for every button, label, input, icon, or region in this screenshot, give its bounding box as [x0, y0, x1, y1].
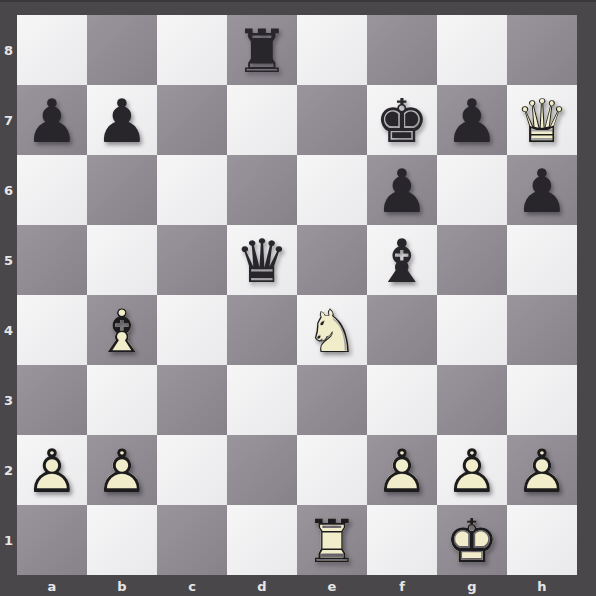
file-labels: abcdefgh	[17, 575, 577, 596]
square-e6[interactable]	[297, 155, 367, 225]
rank-label-3: 3	[0, 365, 17, 435]
board: ♜♟♟♚♟♛♕♟♟♛♝♝♗♞♘♟♙♟♙♟♙♟♙♟♙♜♖♚♔	[17, 15, 577, 575]
square-f6[interactable]: ♟	[367, 155, 437, 225]
black-pawn-icon: ♟	[17, 85, 87, 155]
white-bishop-outline-icon: ♗	[87, 295, 157, 365]
square-f3[interactable]	[367, 365, 437, 435]
black-king-icon: ♚	[367, 85, 437, 155]
square-a3[interactable]	[17, 365, 87, 435]
square-f8[interactable]	[367, 15, 437, 85]
file-label-b: b	[87, 575, 157, 596]
white-pawn-outline-icon: ♙	[17, 435, 87, 505]
square-f4[interactable]	[367, 295, 437, 365]
rank-label-4: 4	[0, 295, 17, 365]
black-bishop-f5[interactable]: ♝	[367, 225, 437, 295]
square-e4[interactable]: ♞♘	[297, 295, 367, 365]
black-pawn-b7[interactable]: ♟	[87, 85, 157, 155]
square-c7[interactable]	[157, 85, 227, 155]
square-h5[interactable]	[507, 225, 577, 295]
black-pawn-icon: ♟	[87, 85, 157, 155]
white-knight-e4[interactable]: ♞♘	[297, 295, 367, 365]
file-label-d: d	[227, 575, 297, 596]
file-label-f: f	[367, 575, 437, 596]
square-a6[interactable]	[17, 155, 87, 225]
square-d2[interactable]	[227, 435, 297, 505]
square-g8[interactable]	[437, 15, 507, 85]
black-king-f7[interactable]: ♚	[367, 85, 437, 155]
black-pawn-a7[interactable]: ♟	[17, 85, 87, 155]
square-h8[interactable]	[507, 15, 577, 85]
square-b8[interactable]	[87, 15, 157, 85]
square-c6[interactable]	[157, 155, 227, 225]
square-f2[interactable]: ♟♙	[367, 435, 437, 505]
square-d6[interactable]	[227, 155, 297, 225]
square-a4[interactable]	[17, 295, 87, 365]
square-b7[interactable]: ♟	[87, 85, 157, 155]
square-f1[interactable]	[367, 505, 437, 575]
black-pawn-g7[interactable]: ♟	[437, 85, 507, 155]
square-c1[interactable]	[157, 505, 227, 575]
square-c3[interactable]	[157, 365, 227, 435]
white-pawn-a2[interactable]: ♟♙	[17, 435, 87, 505]
rank-label-7: 7	[0, 85, 17, 155]
black-pawn-h6[interactable]: ♟	[507, 155, 577, 225]
rank-label-5: 5	[0, 225, 17, 295]
file-label-g: g	[437, 575, 507, 596]
white-pawn-g2[interactable]: ♟♙	[437, 435, 507, 505]
square-b5[interactable]	[87, 225, 157, 295]
square-c2[interactable]	[157, 435, 227, 505]
square-h3[interactable]	[507, 365, 577, 435]
square-e2[interactable]	[297, 435, 367, 505]
white-king-g1[interactable]: ♚♔	[437, 505, 507, 575]
white-rook-e1[interactable]: ♜♖	[297, 505, 367, 575]
rank-labels: 87654321	[0, 15, 17, 575]
black-pawn-icon: ♟	[367, 155, 437, 225]
file-label-h: h	[507, 575, 577, 596]
square-d4[interactable]	[227, 295, 297, 365]
square-c5[interactable]	[157, 225, 227, 295]
rank-label-2: 2	[0, 435, 17, 505]
square-a1[interactable]	[17, 505, 87, 575]
square-g4[interactable]	[437, 295, 507, 365]
square-f5[interactable]: ♝	[367, 225, 437, 295]
white-pawn-outline-icon: ♙	[507, 435, 577, 505]
white-pawn-outline-icon: ♙	[87, 435, 157, 505]
square-c8[interactable]	[157, 15, 227, 85]
chessboard-frame: 87654321 ♜♟♟♚♟♛♕♟♟♛♝♝♗♞♘♟♙♟♙♟♙♟♙♟♙♜♖♚♔ a…	[0, 0, 596, 596]
square-h4[interactable]	[507, 295, 577, 365]
file-label-a: a	[17, 575, 87, 596]
white-bishop-b4[interactable]: ♝♗	[87, 295, 157, 365]
square-b2[interactable]: ♟♙	[87, 435, 157, 505]
square-h6[interactable]: ♟	[507, 155, 577, 225]
square-h7[interactable]: ♛♕	[507, 85, 577, 155]
square-d5[interactable]: ♛	[227, 225, 297, 295]
square-e1[interactable]: ♜♖	[297, 505, 367, 575]
black-queen-d5[interactable]: ♛	[227, 225, 297, 295]
square-h1[interactable]	[507, 505, 577, 575]
square-a5[interactable]	[17, 225, 87, 295]
black-rook-d8[interactable]: ♜	[227, 15, 297, 85]
rank-label-1: 1	[0, 505, 17, 575]
square-d1[interactable]	[227, 505, 297, 575]
white-queen-h7[interactable]: ♛♕	[507, 85, 577, 155]
square-a7[interactable]: ♟	[17, 85, 87, 155]
square-e3[interactable]	[297, 365, 367, 435]
square-d7[interactable]	[227, 85, 297, 155]
black-queen-icon: ♛	[227, 225, 297, 295]
square-h2[interactable]: ♟♙	[507, 435, 577, 505]
square-g7[interactable]: ♟	[437, 85, 507, 155]
square-b6[interactable]	[87, 155, 157, 225]
square-d3[interactable]	[227, 365, 297, 435]
rank-label-8: 8	[0, 15, 17, 85]
black-pawn-icon: ♟	[507, 155, 577, 225]
square-e8[interactable]	[297, 15, 367, 85]
square-e7[interactable]	[297, 85, 367, 155]
black-pawn-f6[interactable]: ♟	[367, 155, 437, 225]
square-e5[interactable]	[297, 225, 367, 295]
white-pawn-outline-icon: ♙	[367, 435, 437, 505]
white-knight-outline-icon: ♘	[297, 295, 367, 365]
square-g1[interactable]: ♚♔	[437, 505, 507, 575]
square-g5[interactable]	[437, 225, 507, 295]
black-rook-icon: ♜	[227, 15, 297, 85]
square-g6[interactable]	[437, 155, 507, 225]
file-label-e: e	[297, 575, 367, 596]
white-queen-outline-icon: ♕	[507, 85, 577, 155]
square-g3[interactable]	[437, 365, 507, 435]
white-rook-outline-icon: ♖	[297, 505, 367, 575]
square-g2[interactable]: ♟♙	[437, 435, 507, 505]
square-f7[interactable]: ♚	[367, 85, 437, 155]
white-pawn-outline-icon: ♙	[437, 435, 507, 505]
white-pawn-h2[interactable]: ♟♙	[507, 435, 577, 505]
white-king-outline-icon: ♔	[437, 505, 507, 575]
white-pawn-f2[interactable]: ♟♙	[367, 435, 437, 505]
square-a8[interactable]	[17, 15, 87, 85]
square-b1[interactable]	[87, 505, 157, 575]
rank-label-6: 6	[0, 155, 17, 225]
square-c4[interactable]	[157, 295, 227, 365]
square-b3[interactable]	[87, 365, 157, 435]
file-label-c: c	[157, 575, 227, 596]
black-pawn-icon: ♟	[437, 85, 507, 155]
square-b4[interactable]: ♝♗	[87, 295, 157, 365]
square-d8[interactable]: ♜	[227, 15, 297, 85]
white-pawn-b2[interactable]: ♟♙	[87, 435, 157, 505]
black-bishop-icon: ♝	[367, 225, 437, 295]
square-a2[interactable]: ♟♙	[17, 435, 87, 505]
